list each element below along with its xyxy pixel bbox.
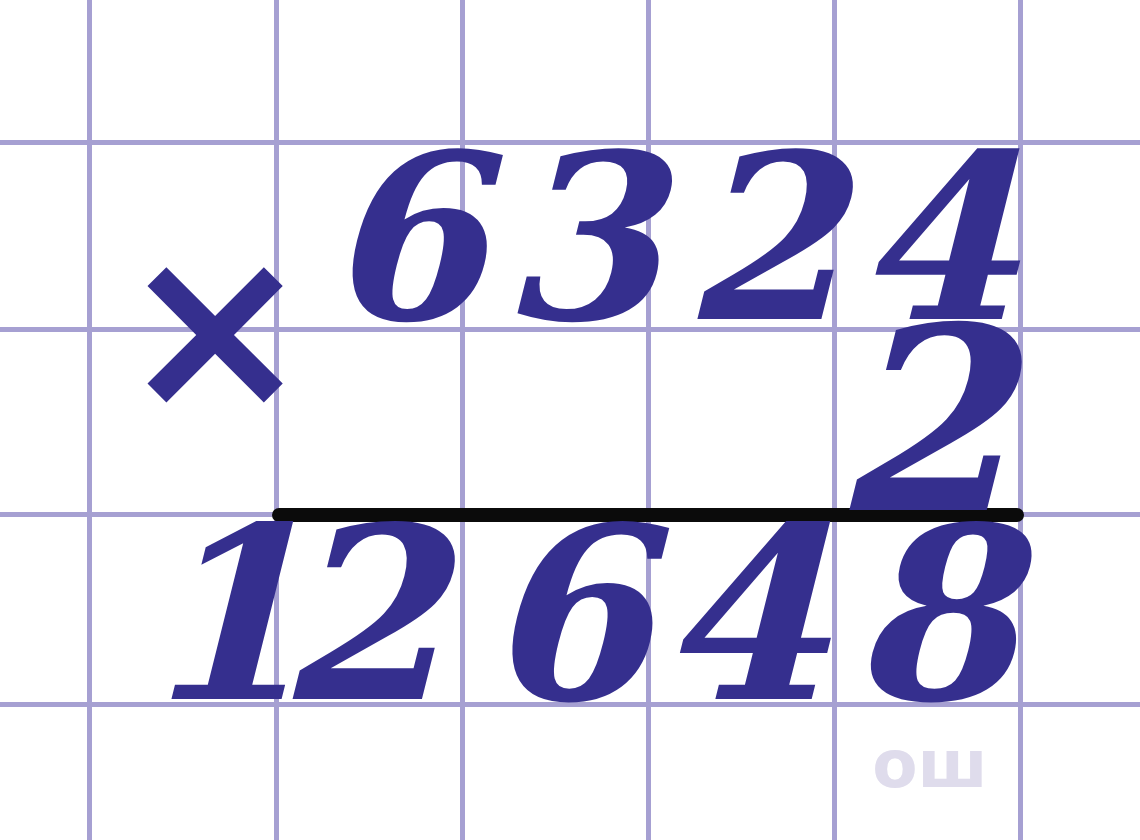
grid-cell	[1023, 145, 1140, 332]
grid-cell	[0, 517, 92, 707]
grid-cell	[0, 0, 92, 145]
multiplicand-digit-thousands: 6	[310, 140, 496, 335]
grid-cell	[0, 145, 92, 332]
grid-cell	[1023, 517, 1140, 707]
grid-cell	[0, 332, 92, 517]
multiplication-sign-icon: ×	[112, 220, 318, 436]
multiplicand-digit-hundreds: 3	[487, 140, 673, 335]
grid-cell	[1023, 0, 1140, 145]
multiplicand-digit-tens: 2	[669, 140, 855, 335]
product-digit-tens: 4	[649, 520, 835, 710]
grid-cell	[92, 0, 279, 145]
product-digit-thousands: 2	[267, 520, 453, 710]
product-digit-ones: 8	[839, 520, 1025, 710]
product-digit-hundreds: 6	[472, 520, 658, 710]
worksheet-page: × 6 3 2 4 2 1 2 6 4 8 ош	[0, 0, 1140, 840]
grid-cell	[0, 707, 92, 840]
grid-cell	[1023, 332, 1140, 517]
grid-cell	[1023, 707, 1140, 840]
